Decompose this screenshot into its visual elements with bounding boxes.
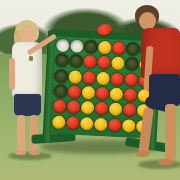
cell-r5c5-yellow[interactable]	[108, 103, 122, 117]
cell-r5c6-red[interactable]	[122, 104, 136, 118]
cell-r5c1-red[interactable]	[52, 100, 66, 114]
boy-standing-leg	[165, 104, 176, 162]
cell-r1c6-empty[interactable]	[125, 42, 139, 56]
cell-r5c4-red[interactable]	[94, 102, 108, 116]
cell-r1c3-empty[interactable]	[84, 40, 98, 54]
girl-foot	[15, 150, 26, 155]
cell-r3c4-yellow[interactable]	[96, 71, 110, 85]
cell-r3c5-red[interactable]	[110, 72, 124, 86]
girl-foot	[29, 150, 40, 155]
cell-r3c3-red[interactable]	[82, 71, 96, 85]
cell-r1c5-red[interactable]	[111, 42, 125, 56]
girl-shorts	[14, 94, 41, 116]
boy-foot	[158, 159, 174, 165]
cell-r4c6-red[interactable]	[123, 88, 137, 102]
girl-left-arm	[9, 58, 15, 90]
cell-r2c6-empty[interactable]	[125, 58, 139, 72]
cell-r1c2-sky[interactable]	[70, 39, 84, 53]
cell-r1c4-yellow[interactable]	[97, 41, 111, 55]
cell-r2c1-empty[interactable]	[55, 54, 69, 68]
cell-r3c2-yellow[interactable]	[68, 70, 82, 84]
cell-r2c3-red[interactable]	[83, 55, 97, 69]
boy-foot	[136, 151, 149, 157]
scene	[0, 0, 180, 180]
cell-r4c1-empty[interactable]	[53, 85, 67, 99]
cell-r2c4-red[interactable]	[97, 56, 111, 70]
girl-face	[19, 25, 35, 42]
cell-r6c5-red[interactable]	[107, 118, 121, 132]
cell-r2c2-empty[interactable]	[69, 55, 83, 69]
girl-leg	[17, 115, 25, 153]
cell-r4c2-red[interactable]	[67, 85, 81, 99]
cell-r1c1-sky[interactable]	[56, 39, 70, 53]
cell-r3c1-empty[interactable]	[54, 69, 68, 83]
board-grid	[51, 38, 154, 135]
cell-r2c5-yellow[interactable]	[111, 57, 125, 71]
cell-r4c5-yellow[interactable]	[109, 88, 123, 102]
cell-r4c4-red[interactable]	[95, 87, 109, 101]
cell-r5c3-yellow[interactable]	[80, 101, 94, 115]
cell-r6c6-yellow[interactable]	[121, 119, 135, 133]
cell-r6c3-yellow[interactable]	[79, 117, 93, 131]
cell-r5c2-red[interactable]	[66, 101, 80, 115]
cell-r6c2-red[interactable]	[66, 116, 80, 130]
cell-r3c6-red[interactable]	[124, 73, 138, 87]
cell-r6c4-yellow[interactable]	[93, 117, 107, 131]
cell-r6c1-yellow[interactable]	[52, 115, 66, 129]
girl-shirt-crest	[29, 56, 33, 61]
cell-r4c3-yellow[interactable]	[81, 86, 95, 100]
